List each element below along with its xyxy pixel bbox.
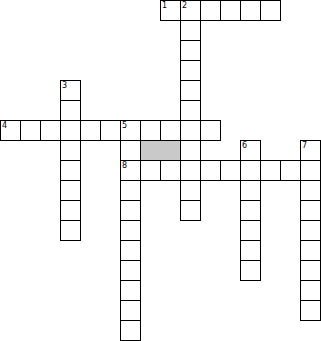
grid-cell-r9-c15[interactable] (300, 180, 321, 201)
grid-cell-r9-c6[interactable] (120, 180, 141, 201)
grid-cell-r13-c12[interactable] (240, 260, 261, 281)
grid-cell-r6-c8[interactable] (160, 120, 181, 141)
blocked-cell (140, 140, 181, 161)
grid-cell-r9-c9[interactable] (180, 180, 201, 201)
grid-cell-r7-c9[interactable] (180, 140, 201, 161)
clue-number-3: 3 (62, 81, 67, 90)
grid-cell-r6-c7[interactable] (140, 120, 161, 141)
clue-number-8: 8 (122, 161, 127, 170)
grid-cell-r0-c8[interactable]: 1 (160, 0, 181, 21)
crossword-grid: 12345678 (0, 0, 321, 341)
grid-cell-r6-c10[interactable] (200, 120, 221, 141)
grid-cell-r9-c3[interactable] (60, 180, 81, 201)
grid-cell-r13-c6[interactable] (120, 260, 141, 281)
grid-cell-r9-c12[interactable] (240, 180, 261, 201)
grid-cell-r7-c3[interactable] (60, 140, 81, 161)
grid-cell-r0-c9[interactable]: 2 (180, 0, 201, 21)
grid-cell-r6-c6[interactable]: 5 (120, 120, 141, 141)
grid-cell-r13-c15[interactable] (300, 260, 321, 281)
grid-cell-r8-c9[interactable] (180, 160, 201, 181)
grid-cell-r4-c9[interactable] (180, 80, 201, 101)
grid-cell-r10-c12[interactable] (240, 200, 261, 221)
grid-cell-r16-c6[interactable] (120, 320, 141, 341)
grid-cell-r11-c6[interactable] (120, 220, 141, 241)
grid-cell-r11-c12[interactable] (240, 220, 261, 241)
grid-cell-r11-c15[interactable] (300, 220, 321, 241)
grid-cell-r15-c6[interactable] (120, 300, 141, 321)
grid-cell-r8-c13[interactable] (260, 160, 281, 181)
grid-cell-r8-c10[interactable] (200, 160, 221, 181)
grid-cell-r6-c3[interactable] (60, 120, 81, 141)
clue-number-1: 1 (162, 1, 167, 10)
grid-cell-r3-c9[interactable] (180, 60, 201, 81)
grid-cell-r7-c15[interactable]: 7 (300, 140, 321, 161)
grid-cell-r6-c1[interactable] (20, 120, 41, 141)
clue-number-7: 7 (302, 141, 307, 150)
grid-cell-r10-c15[interactable] (300, 200, 321, 221)
grid-cell-r6-c5[interactable] (100, 120, 121, 141)
grid-cell-r10-c3[interactable] (60, 200, 81, 221)
grid-cell-r5-c9[interactable] (180, 100, 201, 121)
grid-cell-r8-c12[interactable] (240, 160, 261, 181)
grid-cell-r8-c14[interactable] (280, 160, 301, 181)
grid-cell-r8-c8[interactable] (160, 160, 181, 181)
grid-cell-r5-c3[interactable] (60, 100, 81, 121)
grid-cell-r7-c12[interactable]: 6 (240, 140, 261, 161)
grid-cell-r10-c6[interactable] (120, 200, 141, 221)
clue-number-2: 2 (182, 1, 187, 10)
grid-cell-r0-c13[interactable] (260, 0, 281, 21)
clue-number-5: 5 (122, 121, 127, 130)
clue-number-4: 4 (2, 121, 7, 130)
grid-cell-r8-c15[interactable] (300, 160, 321, 181)
grid-cell-r14-c15[interactable] (300, 280, 321, 301)
clue-number-6: 6 (242, 141, 247, 150)
grid-cell-r0-c12[interactable] (240, 0, 261, 21)
grid-cell-r0-c10[interactable] (200, 0, 221, 21)
grid-cell-r6-c2[interactable] (40, 120, 61, 141)
grid-cell-r6-c9[interactable] (180, 120, 201, 141)
grid-cell-r2-c9[interactable] (180, 40, 201, 61)
grid-cell-r8-c7[interactable] (140, 160, 161, 181)
grid-cell-r10-c9[interactable] (180, 200, 201, 221)
grid-cell-r4-c3[interactable]: 3 (60, 80, 81, 101)
grid-cell-r8-c11[interactable] (220, 160, 241, 181)
grid-cell-r14-c6[interactable] (120, 280, 141, 301)
grid-cell-r8-c3[interactable] (60, 160, 81, 181)
grid-cell-r6-c0[interactable]: 4 (0, 120, 21, 141)
grid-cell-r8-c6[interactable]: 8 (120, 160, 141, 181)
grid-cell-r12-c12[interactable] (240, 240, 261, 261)
grid-cell-r6-c4[interactable] (80, 120, 101, 141)
grid-cell-r7-c6[interactable] (120, 140, 141, 161)
grid-cell-r11-c3[interactable] (60, 220, 81, 241)
grid-cell-r12-c15[interactable] (300, 240, 321, 261)
grid-cell-r15-c15[interactable] (300, 300, 321, 321)
grid-cell-r12-c6[interactable] (120, 240, 141, 261)
grid-cell-r0-c11[interactable] (220, 0, 241, 21)
grid-cell-r1-c9[interactable] (180, 20, 201, 41)
